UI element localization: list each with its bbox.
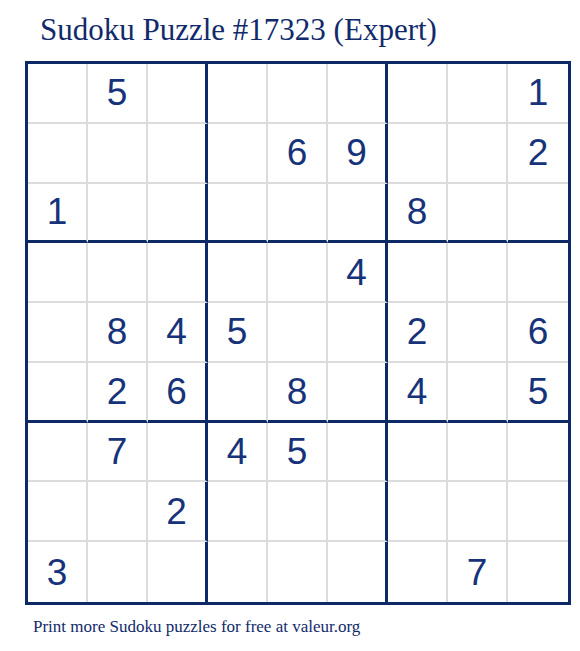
cell-r1c7[interactable] [388,64,448,124]
cell-r7c6[interactable] [328,423,388,483]
cell-r9c7[interactable] [388,542,448,602]
cell-r2c1[interactable] [28,124,88,184]
cell-r6c7-given[interactable]: 4 [388,363,448,423]
cell-r5c9-given[interactable]: 6 [508,303,568,363]
cell-r6c5-given[interactable]: 8 [268,363,328,423]
cell-r9c6[interactable] [328,542,388,602]
cell-r1c2-given[interactable]: 5 [88,64,148,124]
cell-r9c1-given[interactable]: 3 [28,542,88,602]
cell-r7c5-given[interactable]: 5 [268,423,328,483]
cell-r4c2[interactable] [88,243,148,303]
cell-r7c2-given[interactable]: 7 [88,423,148,483]
cell-r6c9-given[interactable]: 5 [508,363,568,423]
cell-r5c6[interactable] [328,303,388,363]
cell-r8c5[interactable] [268,482,328,542]
cell-r5c7-given[interactable]: 2 [388,303,448,363]
cell-r2c6-given[interactable]: 9 [328,124,388,184]
sudoku-board: 516921848452626845745237 [25,61,571,605]
cell-r8c8[interactable] [448,482,508,542]
cell-r3c7-given[interactable]: 8 [388,184,448,244]
cell-r1c9-given[interactable]: 1 [508,64,568,124]
cell-r3c6[interactable] [328,184,388,244]
cell-r6c6[interactable] [328,363,388,423]
cell-r3c4[interactable] [208,184,268,244]
cell-r3c5[interactable] [268,184,328,244]
cell-r9c3[interactable] [148,542,208,602]
cell-r8c3-given[interactable]: 2 [148,482,208,542]
cell-r9c4[interactable] [208,542,268,602]
cell-r4c9[interactable] [508,243,568,303]
cell-r4c8[interactable] [448,243,508,303]
page-title: Sudoku Puzzle #17323 (Expert) [40,12,437,48]
cell-r2c2[interactable] [88,124,148,184]
cell-r5c8[interactable] [448,303,508,363]
footer-text: Print more Sudoku puzzles for free at va… [33,617,360,637]
cell-r7c3[interactable] [148,423,208,483]
cell-r4c3[interactable] [148,243,208,303]
cell-r1c6[interactable] [328,64,388,124]
cell-r8c6[interactable] [328,482,388,542]
cell-r7c1[interactable] [28,423,88,483]
cell-r2c4[interactable] [208,124,268,184]
cell-r8c9[interactable] [508,482,568,542]
cell-r7c7[interactable] [388,423,448,483]
cell-r3c9[interactable] [508,184,568,244]
cell-r1c1[interactable] [28,64,88,124]
cell-r2c9-given[interactable]: 2 [508,124,568,184]
cell-r8c2[interactable] [88,482,148,542]
cell-r9c8-given[interactable]: 7 [448,542,508,602]
cell-r4c4[interactable] [208,243,268,303]
cell-r4c1[interactable] [28,243,88,303]
cell-r1c4[interactable] [208,64,268,124]
sudoku-page: Sudoku Puzzle #17323 (Expert) 5169218484… [0,0,580,651]
cell-r9c2[interactable] [88,542,148,602]
cell-r2c8[interactable] [448,124,508,184]
cell-r2c3[interactable] [148,124,208,184]
cell-r3c1-given[interactable]: 1 [28,184,88,244]
cell-r7c9[interactable] [508,423,568,483]
cell-r6c3-given[interactable]: 6 [148,363,208,423]
cell-r5c4-given[interactable]: 5 [208,303,268,363]
cell-r6c2-given[interactable]: 2 [88,363,148,423]
cell-r3c2[interactable] [88,184,148,244]
cell-r2c7[interactable] [388,124,448,184]
cell-r5c3-given[interactable]: 4 [148,303,208,363]
cell-r8c4[interactable] [208,482,268,542]
cell-r7c4-given[interactable]: 4 [208,423,268,483]
cell-r5c2-given[interactable]: 8 [88,303,148,363]
cell-r8c7[interactable] [388,482,448,542]
cell-r5c1[interactable] [28,303,88,363]
cell-r2c5-given[interactable]: 6 [268,124,328,184]
cell-r7c8[interactable] [448,423,508,483]
cell-r5c5[interactable] [268,303,328,363]
cell-r9c9[interactable] [508,542,568,602]
cell-r6c1[interactable] [28,363,88,423]
cell-r1c8[interactable] [448,64,508,124]
cell-r3c8[interactable] [448,184,508,244]
cell-r8c1[interactable] [28,482,88,542]
cell-r3c3[interactable] [148,184,208,244]
cell-r1c5[interactable] [268,64,328,124]
cell-r4c5[interactable] [268,243,328,303]
cell-r4c6-given[interactable]: 4 [328,243,388,303]
cell-r6c8[interactable] [448,363,508,423]
cell-r6c4[interactable] [208,363,268,423]
cell-r1c3[interactable] [148,64,208,124]
cell-r9c5[interactable] [268,542,328,602]
cell-r4c7[interactable] [388,243,448,303]
